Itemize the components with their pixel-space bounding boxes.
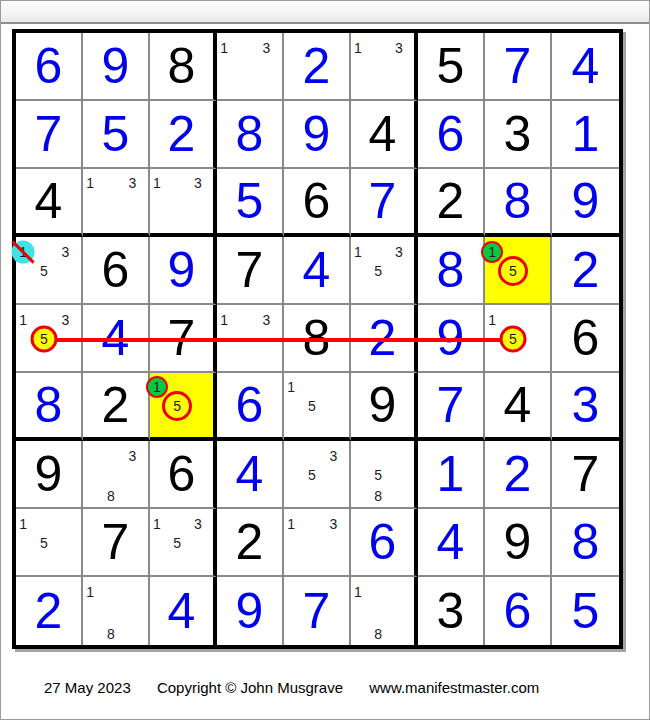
cell-r2c7[interactable]: 6	[418, 101, 485, 169]
given-digit: 9	[351, 373, 414, 437]
pencil-mark: 5	[173, 399, 181, 413]
cell-r2c2[interactable]: 5	[83, 101, 150, 169]
solved-digit: 6	[217, 373, 282, 437]
cell-r9c6[interactable]: 18	[351, 577, 418, 645]
solved-digit: 7	[351, 169, 414, 233]
cell-r3c8[interactable]: 8	[485, 169, 552, 237]
cell-r8c3[interactable]: 135	[150, 509, 217, 577]
cell-r1c5[interactable]: 2	[284, 33, 351, 101]
cell-r3c2[interactable]: 13	[83, 169, 150, 237]
solved-digit: 8	[485, 169, 550, 233]
cell-r9c4[interactable]: 9	[217, 577, 284, 645]
pencil-mark: 3	[395, 41, 403, 55]
cell-r9c7[interactable]: 3	[418, 577, 485, 645]
given-digit: 7	[217, 237, 282, 303]
pencil-mark: 5	[374, 468, 382, 482]
given-digit: 4	[485, 373, 550, 437]
pencil-mark: 3	[329, 517, 337, 531]
solved-digit: 8	[217, 101, 282, 167]
given-digit: 3	[485, 101, 550, 167]
footer: 27 May 2023 Copyright © John Musgrave ww…	[44, 679, 561, 696]
solved-digit: 5	[552, 577, 619, 645]
pencil-mark: 1	[86, 176, 94, 190]
pencil-mark: 5	[308, 468, 316, 482]
solved-digit: 4	[150, 577, 213, 645]
solved-digit: 8	[418, 237, 483, 303]
cell-r7c4[interactable]: 4	[217, 441, 284, 509]
solved-digit: 9	[217, 577, 282, 645]
solved-digit: 7	[418, 373, 483, 437]
cell-r6c8[interactable]: 4	[485, 373, 552, 441]
cell-r2c6[interactable]: 4	[351, 101, 418, 169]
solved-digit: 4	[418, 509, 483, 575]
sudoku-board: 6981321357475289463141313567289135697413…	[12, 29, 623, 649]
cell-r2c1[interactable]: 7	[16, 101, 83, 169]
solved-digit: 9	[552, 169, 619, 233]
cell-r7c5[interactable]: 35	[284, 441, 351, 509]
cell-r6c9[interactable]: 3	[552, 373, 619, 441]
given-digit: 6	[150, 441, 213, 507]
cell-r6c3[interactable]: 15	[150, 373, 217, 441]
cell-r4c8[interactable]: 15	[485, 237, 552, 305]
cell-r3c7[interactable]: 2	[418, 169, 485, 237]
cell-r7c7[interactable]: 1	[418, 441, 485, 509]
pencil-mark: 3	[194, 517, 202, 531]
cell-r2c4[interactable]: 8	[217, 101, 284, 169]
cell-r6c6[interactable]: 9	[351, 373, 418, 441]
solved-digit: 7	[284, 577, 349, 645]
solved-digit: 6	[418, 101, 483, 167]
cell-r4c1[interactable]: 135	[16, 237, 83, 305]
pencil-mark: 5	[374, 264, 382, 278]
cell-r1c3[interactable]: 8	[150, 33, 217, 101]
given-digit: 5	[418, 33, 483, 99]
cell-r1c8[interactable]: 7	[485, 33, 552, 101]
solved-digit: 4	[552, 33, 619, 99]
solved-digit: 5	[83, 101, 148, 167]
solved-digit: 2	[485, 441, 550, 507]
footer-copyright: Copyright © John Musgrave	[157, 679, 343, 696]
given-digit: 8	[150, 33, 213, 99]
cell-r3c5[interactable]: 6	[284, 169, 351, 237]
cell-r1c2[interactable]: 9	[83, 33, 150, 101]
given-digit: 9	[16, 441, 81, 507]
pencil-mark: 5	[40, 536, 48, 550]
cell-r9c1[interactable]: 2	[16, 577, 83, 645]
cell-r4c4[interactable]: 7	[217, 237, 284, 305]
cell-r2c9[interactable]: 1	[552, 101, 619, 169]
given-digit: 9	[485, 509, 550, 575]
pencil-mark: 3	[128, 176, 136, 190]
pencil-mark: 1	[354, 585, 362, 599]
given-digit: 6	[284, 169, 349, 233]
pencil-mark: 1	[19, 313, 27, 327]
cell-r3c9[interactable]: 9	[552, 169, 619, 237]
cell-r8c5[interactable]: 13	[284, 509, 351, 577]
pencil-mark: 8	[374, 627, 382, 641]
pencil-mark: 3	[61, 245, 69, 259]
cell-r4c7[interactable]: 8	[418, 237, 485, 305]
cell-r1c1[interactable]: 6	[16, 33, 83, 101]
cell-r3c4[interactable]: 5	[217, 169, 284, 237]
cell-r8c1[interactable]: 15	[16, 509, 83, 577]
pencil-mark: 5	[308, 399, 316, 413]
pencil-mark: 8	[107, 489, 115, 503]
solved-digit: 4	[217, 441, 282, 507]
pencil-mark: 1	[488, 245, 496, 259]
pencil-mark: 5	[40, 332, 48, 346]
solved-digit: 2	[150, 101, 213, 167]
cell-r2c5[interactable]: 9	[284, 101, 351, 169]
solved-digit: 4	[284, 237, 349, 303]
cell-r6c5[interactable]: 15	[284, 373, 351, 441]
solved-digit: 9	[83, 33, 148, 99]
cell-r6c4[interactable]: 6	[217, 373, 284, 441]
solved-digit: 5	[217, 169, 282, 233]
pencil-mark: 5	[509, 264, 517, 278]
pencil-mark: 1	[488, 313, 496, 327]
given-digit: 3	[418, 577, 483, 645]
pencil-mark: 1	[220, 41, 228, 55]
pencil-mark: 5	[173, 536, 181, 550]
pencil-mark: 3	[61, 313, 69, 327]
solved-digit: 2	[16, 577, 81, 645]
pencil-mark: 3	[128, 449, 136, 463]
cell-r3c1[interactable]: 4	[16, 169, 83, 237]
cell-r8c8[interactable]: 9	[485, 509, 552, 577]
cell-r5c9[interactable]: 6	[552, 305, 619, 373]
solved-digit: 6	[351, 509, 414, 575]
pencil-mark: 1	[220, 313, 228, 327]
solved-digit: 1	[552, 101, 619, 167]
given-digit: 6	[83, 237, 148, 303]
given-digit: 4	[16, 169, 81, 233]
pencil-mark: 3	[329, 449, 337, 463]
pencil-mark: 8	[374, 489, 382, 503]
pencil-mark: 5	[40, 264, 48, 278]
solved-digit: 7	[16, 101, 81, 167]
cell-r4c6[interactable]: 135	[351, 237, 418, 305]
pencil-mark: 3	[262, 41, 270, 55]
pencil-mark: 1	[354, 245, 362, 259]
solved-digit: 2	[552, 237, 619, 303]
pencil-mark: 1	[153, 517, 161, 531]
given-digit: 7	[552, 441, 619, 507]
cell-r8c2[interactable]: 7	[83, 509, 150, 577]
cell-r6c2[interactable]: 2	[83, 373, 150, 441]
footer-website: www.manifestmaster.com	[369, 679, 539, 696]
pencil-mark: 1	[354, 41, 362, 55]
pencil-mark: 8	[107, 627, 115, 641]
solved-digit: 9	[150, 237, 213, 303]
cell-r9c8[interactable]: 6	[485, 577, 552, 645]
cell-r9c5[interactable]: 7	[284, 577, 351, 645]
solved-digit: 8	[16, 373, 81, 437]
cell-r1c6[interactable]: 13	[351, 33, 418, 101]
solved-digit: 2	[284, 33, 349, 99]
cell-r7c1[interactable]: 9	[16, 441, 83, 509]
cell-r3c3[interactable]: 13	[150, 169, 217, 237]
pencil-mark: 1	[153, 380, 161, 394]
cell-r1c7[interactable]: 5	[418, 33, 485, 101]
footer-date: 27 May 2023	[44, 679, 131, 696]
cell-r1c4[interactable]: 13	[217, 33, 284, 101]
cell-r7c3[interactable]: 6	[150, 441, 217, 509]
cell-r7c9[interactable]: 7	[552, 441, 619, 509]
cell-r3c6[interactable]: 7	[351, 169, 418, 237]
cell-r7c2[interactable]: 38	[83, 441, 150, 509]
cell-r4c5[interactable]: 4	[284, 237, 351, 305]
given-digit: 7	[83, 509, 148, 575]
app-window: 6981321357475289463141313567289135697413…	[0, 0, 650, 720]
pencil-mark: 3	[262, 313, 270, 327]
cell-r2c3[interactable]: 2	[150, 101, 217, 169]
pencil-mark: 1	[19, 517, 27, 531]
pencil-mark: 1	[287, 380, 295, 394]
cell-r4c2[interactable]: 6	[83, 237, 150, 305]
toolbar-strip	[1, 1, 649, 24]
cell-r9c9[interactable]: 5	[552, 577, 619, 645]
cell-r6c1[interactable]: 8	[16, 373, 83, 441]
pencil-mark: 1	[287, 517, 295, 531]
pencil-mark: 3	[194, 176, 202, 190]
cell-r4c9[interactable]: 2	[552, 237, 619, 305]
pencil-mark: 3	[395, 245, 403, 259]
solved-digit: 7	[485, 33, 550, 99]
cell-r1c9[interactable]: 4	[552, 33, 619, 101]
pencil-mark: 1	[86, 585, 94, 599]
solved-digit: 8	[552, 509, 619, 575]
given-digit: 2	[83, 373, 148, 437]
cell-r9c3[interactable]: 4	[150, 577, 217, 645]
cell-r2c8[interactable]: 3	[485, 101, 552, 169]
cell-r4c3[interactable]: 9	[150, 237, 217, 305]
cell-r8c7[interactable]: 4	[418, 509, 485, 577]
cell-r6c7[interactable]: 7	[418, 373, 485, 441]
solved-digit: 3	[552, 373, 619, 437]
solved-digit: 1	[418, 441, 483, 507]
given-digit: 6	[552, 305, 619, 371]
cell-r8c4[interactable]: 2	[217, 509, 284, 577]
pencil-mark: 1	[153, 176, 161, 190]
given-digit: 4	[351, 101, 414, 167]
solved-digit: 9	[284, 101, 349, 167]
cell-r8c9[interactable]: 8	[552, 509, 619, 577]
solved-digit: 6	[16, 33, 81, 99]
solved-digit: 6	[485, 577, 550, 645]
cell-r8c6[interactable]: 6	[351, 509, 418, 577]
given-digit: 2	[217, 509, 282, 575]
cell-r7c6[interactable]: 58	[351, 441, 418, 509]
given-digit: 2	[418, 169, 483, 233]
cell-r9c2[interactable]: 18	[83, 577, 150, 645]
pencil-mark: 5	[509, 332, 517, 346]
cell-r7c8[interactable]: 2	[485, 441, 552, 509]
chain-line	[45, 338, 514, 342]
